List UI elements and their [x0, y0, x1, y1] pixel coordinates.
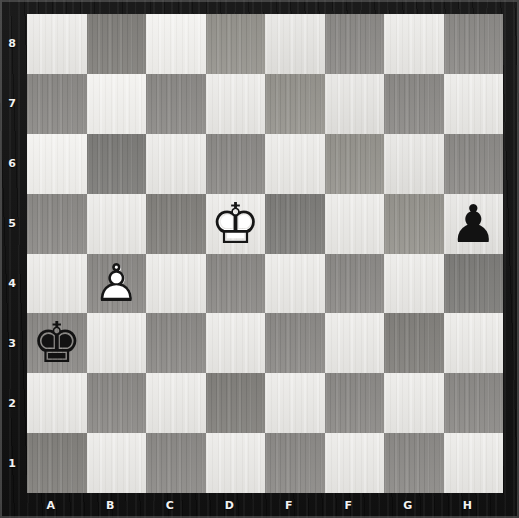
square-b8[interactable]	[87, 14, 147, 74]
square-e5[interactable]	[265, 194, 325, 254]
square-d8[interactable]	[206, 14, 266, 74]
black-pawn-glyph: ♟	[444, 194, 504, 254]
square-d5[interactable]: ♚♔	[206, 194, 266, 254]
square-e6[interactable]	[265, 134, 325, 194]
square-d4[interactable]	[206, 254, 266, 314]
square-b4[interactable]: ♟♙	[87, 254, 147, 314]
square-f8[interactable]	[325, 14, 385, 74]
square-c5[interactable]	[146, 194, 206, 254]
square-h8[interactable]	[444, 14, 504, 74]
rank-labels: 87654321	[0, 14, 24, 493]
square-a4[interactable]	[27, 254, 87, 314]
square-d6[interactable]	[206, 134, 266, 194]
square-h5[interactable]: ♟	[444, 194, 504, 254]
rank-label-1: 1	[0, 433, 24, 493]
square-c7[interactable]	[146, 74, 206, 134]
rank-label-8: 8	[0, 14, 24, 74]
square-g4[interactable]	[384, 254, 444, 314]
square-h6[interactable]	[444, 134, 504, 194]
square-g3[interactable]	[384, 313, 444, 373]
square-d1[interactable]	[206, 433, 266, 493]
square-d7[interactable]	[206, 74, 266, 134]
square-f5[interactable]	[325, 194, 385, 254]
square-d3[interactable]	[206, 313, 266, 373]
square-c6[interactable]	[146, 134, 206, 194]
square-h1[interactable]	[444, 433, 504, 493]
square-a3[interactable]: ♚	[27, 313, 87, 373]
square-e3[interactable]	[265, 313, 325, 373]
rank-label-3: 3	[0, 313, 24, 373]
rank-label-5: 5	[0, 194, 24, 254]
rank-label-2: 2	[0, 373, 24, 433]
black-pawn-piece[interactable]: ♟	[444, 194, 504, 254]
file-labels: ABCDFFGH	[27, 493, 503, 517]
chess-board-frame: 87654321 ♚♔♟♟♙♚ ABCDFFGH	[0, 0, 519, 518]
square-g7[interactable]	[384, 74, 444, 134]
square-e7[interactable]	[265, 74, 325, 134]
square-a6[interactable]	[27, 134, 87, 194]
square-g5[interactable]	[384, 194, 444, 254]
file-label-b: B	[81, 493, 141, 517]
square-d2[interactable]	[206, 373, 266, 433]
square-e1[interactable]	[265, 433, 325, 493]
square-b2[interactable]	[87, 373, 147, 433]
square-b5[interactable]	[87, 194, 147, 254]
chess-board[interactable]: ♚♔♟♟♙♚	[27, 14, 503, 493]
black-king-glyph: ♚	[27, 313, 87, 373]
square-h4[interactable]	[444, 254, 504, 314]
file-label-f: F	[319, 493, 379, 517]
square-e4[interactable]	[265, 254, 325, 314]
square-b7[interactable]	[87, 74, 147, 134]
square-f2[interactable]	[325, 373, 385, 433]
square-f3[interactable]	[325, 313, 385, 373]
square-e2[interactable]	[265, 373, 325, 433]
square-b6[interactable]	[87, 134, 147, 194]
white-king-piece[interactable]: ♚♔	[206, 194, 266, 254]
white-pawn-piece[interactable]: ♟♙	[87, 254, 147, 314]
square-f6[interactable]	[325, 134, 385, 194]
rank-label-4: 4	[0, 254, 24, 314]
square-a1[interactable]	[27, 433, 87, 493]
square-f1[interactable]	[325, 433, 385, 493]
square-c4[interactable]	[146, 254, 206, 314]
square-c8[interactable]	[146, 14, 206, 74]
square-f4[interactable]	[325, 254, 385, 314]
white-pawn-outline-glyph: ♙	[87, 254, 147, 314]
square-c2[interactable]	[146, 373, 206, 433]
square-h7[interactable]	[444, 74, 504, 134]
square-a5[interactable]	[27, 194, 87, 254]
square-a2[interactable]	[27, 373, 87, 433]
file-label-d: D	[200, 493, 260, 517]
square-g8[interactable]	[384, 14, 444, 74]
file-label-a: A	[21, 493, 81, 517]
black-king-piece[interactable]: ♚	[27, 313, 87, 373]
square-e8[interactable]	[265, 14, 325, 74]
file-label-g: G	[378, 493, 438, 517]
rank-label-7: 7	[0, 74, 24, 134]
square-h2[interactable]	[444, 373, 504, 433]
rank-label-6: 6	[0, 134, 24, 194]
square-f7[interactable]	[325, 74, 385, 134]
square-g6[interactable]	[384, 134, 444, 194]
square-b1[interactable]	[87, 433, 147, 493]
square-g1[interactable]	[384, 433, 444, 493]
white-king-outline-glyph: ♔	[206, 194, 266, 254]
square-c3[interactable]	[146, 313, 206, 373]
square-c1[interactable]	[146, 433, 206, 493]
file-label-h: H	[438, 493, 498, 517]
square-b3[interactable]	[87, 313, 147, 373]
square-a8[interactable]	[27, 14, 87, 74]
square-a7[interactable]	[27, 74, 87, 134]
square-h3[interactable]	[444, 313, 504, 373]
file-label-e: F	[259, 493, 319, 517]
file-label-c: C	[140, 493, 200, 517]
square-g2[interactable]	[384, 373, 444, 433]
